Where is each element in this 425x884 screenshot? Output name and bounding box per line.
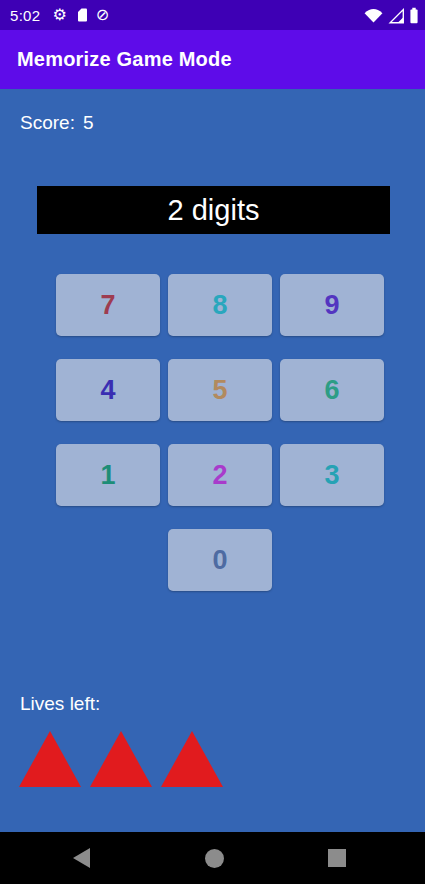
score-label: Score: (20, 112, 75, 134)
life-triangle (19, 731, 81, 787)
key-1[interactable]: 1 (56, 444, 160, 506)
key-0[interactable]: 0 (168, 529, 272, 591)
keypad-grid: 7 8 9 4 5 6 1 2 3 0 (56, 274, 384, 591)
data-saver-off-icon: ⊘ (96, 7, 109, 23)
settings-gear-icon: ⚙ (52, 7, 66, 23)
level-banner-text: 2 digits (168, 194, 260, 227)
status-bar: 5:02 ⚙ ⊘ (0, 0, 425, 30)
key-9[interactable]: 9 (280, 274, 384, 336)
key-2[interactable]: 2 (168, 444, 272, 506)
score-value: 5 (83, 112, 94, 134)
life-triangle (161, 731, 223, 787)
page-title: Memorize Game Mode (17, 48, 232, 71)
key-4[interactable]: 4 (56, 359, 160, 421)
app-bar: Memorize Game Mode (0, 30, 425, 89)
cell-signal-icon (388, 7, 405, 24)
key-5[interactable]: 5 (168, 359, 272, 421)
battery-icon (409, 7, 419, 24)
android-nav-bar (0, 832, 425, 884)
back-button-icon[interactable] (73, 848, 90, 868)
key-6[interactable]: 6 (280, 359, 384, 421)
key-8[interactable]: 8 (168, 274, 272, 336)
sd-card-icon (75, 7, 88, 23)
home-button-icon[interactable] (205, 849, 224, 868)
key-7[interactable]: 7 (56, 274, 160, 336)
level-banner: 2 digits (37, 186, 390, 234)
lives-row (19, 731, 223, 787)
score-line: Score: 5 (20, 112, 94, 134)
recents-button-icon[interactable] (328, 849, 346, 867)
clock: 5:02 (10, 7, 40, 24)
status-left-icons: ⚙ ⊘ (52, 7, 109, 23)
status-right-icons (363, 7, 419, 24)
lives-label: Lives left: (20, 693, 100, 715)
wifi-icon (363, 7, 384, 24)
key-3[interactable]: 3 (280, 444, 384, 506)
phone-screen: 5:02 ⚙ ⊘ Memorize Game Mode Sc (0, 0, 425, 884)
life-triangle (90, 731, 152, 787)
